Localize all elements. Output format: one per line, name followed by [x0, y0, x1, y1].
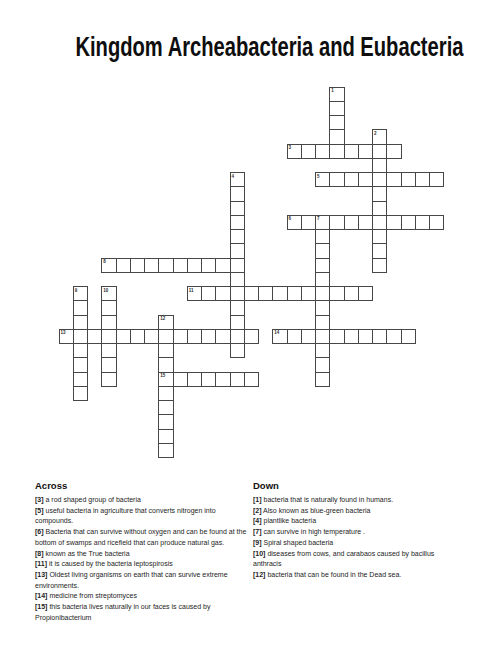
- grid-cell: [272, 286, 287, 301]
- grid-cell: [386, 329, 401, 344]
- grid-cell: [329, 115, 344, 130]
- grid-cell: [158, 400, 173, 415]
- grid-cell: [158, 329, 173, 344]
- clue-item-number: [14]: [35, 592, 47, 599]
- grid-cell: [401, 172, 416, 187]
- grid-cell: 8: [101, 258, 116, 273]
- grid-cell: [344, 215, 359, 230]
- grid-cell: [230, 343, 245, 358]
- clue-number: 2: [374, 131, 377, 136]
- clue-item: [14] medicine from streptomyces: [35, 591, 247, 602]
- clue-number: 15: [160, 373, 165, 378]
- clue-item: [10] diseases from cows, and carabaos ca…: [253, 549, 461, 570]
- grid-cell: [315, 286, 330, 301]
- clue-item-number: [6]: [35, 528, 44, 535]
- clue-item: [15] this bacteria lives naturally in ou…: [35, 602, 247, 623]
- grid-cell: [372, 215, 387, 230]
- grid-cell: [315, 329, 330, 344]
- grid-cell: [187, 258, 202, 273]
- grid-cell: [230, 186, 245, 201]
- down-clues-section: Down [1] bacteria that is naturally foun…: [253, 480, 461, 581]
- clue-item: [7] can survive in high temperature .: [253, 527, 461, 538]
- grid-cell: 15: [158, 372, 173, 387]
- clue-item-number: [9]: [253, 539, 262, 546]
- grid-cell: [329, 329, 344, 344]
- grid-cell: [315, 343, 330, 358]
- grid-cell: 2: [372, 129, 387, 144]
- grid-cell: [429, 172, 444, 187]
- down-heading: Down: [253, 480, 461, 491]
- clue-number: 12: [160, 316, 165, 321]
- across-clues-section: Across [3] a rod shaped group of bacteri…: [35, 480, 247, 623]
- clue-item: [11] it is caused by the bacteria leptos…: [35, 559, 247, 570]
- grid-cell: [372, 243, 387, 258]
- grid-cell: [87, 329, 102, 344]
- grid-cell: [301, 215, 316, 230]
- grid-cell: [358, 144, 373, 159]
- grid-cell: 6: [287, 215, 302, 230]
- grid-cell: [344, 286, 359, 301]
- grid-cell: [372, 172, 387, 187]
- grid-cell: [158, 343, 173, 358]
- grid-cell: 10: [101, 286, 116, 301]
- grid-cell: [301, 329, 316, 344]
- grid-cell: 12: [158, 315, 173, 330]
- down-clue-list: [1] bacteria that is naturally found in …: [253, 495, 461, 581]
- clue-item: [3] a rod shaped group of bacteria: [35, 495, 247, 506]
- grid-cell: [372, 158, 387, 173]
- grid-cell: [144, 329, 159, 344]
- grid-cell: [258, 286, 273, 301]
- clue-item-number: [1]: [253, 496, 262, 503]
- grid-cell: [130, 329, 145, 344]
- grid-cell: [230, 286, 245, 301]
- grid-cell: [73, 386, 88, 401]
- grid-cell: [230, 229, 245, 244]
- grid-cell: [315, 315, 330, 330]
- grid-cell: [329, 215, 344, 230]
- grid-cell: [158, 414, 173, 429]
- clue-item-number: [15]: [35, 603, 47, 610]
- clue-item-number: [8]: [35, 550, 44, 557]
- clue-item: [4] plantlike bacteria: [253, 516, 461, 527]
- grid-cell: [158, 386, 173, 401]
- grid-cell: [230, 215, 245, 230]
- grid-cell: [401, 215, 416, 230]
- grid-cell: [230, 201, 245, 216]
- clue-item: [13] Oldest living organisms on earth th…: [35, 570, 247, 591]
- clue-number: 10: [103, 288, 108, 293]
- grid-cell: [358, 215, 373, 230]
- grid-cell: [101, 315, 116, 330]
- grid-cell: [329, 129, 344, 144]
- grid-cell: [144, 258, 159, 273]
- across-clue-list: [3] a rod shaped group of bacteria[5] us…: [35, 495, 247, 623]
- grid-cell: [230, 372, 245, 387]
- grid-cell: 14: [272, 329, 287, 344]
- grid-cell: [201, 258, 216, 273]
- grid-cell: 1: [329, 87, 344, 102]
- grid-cell: [158, 357, 173, 372]
- grid-cell: [244, 286, 259, 301]
- grid-cell: [201, 286, 216, 301]
- grid-cell: [372, 329, 387, 344]
- grid-cell: [187, 329, 202, 344]
- grid-cell: [287, 286, 302, 301]
- grid-cell: 5: [315, 172, 330, 187]
- clue-item-number: [3]: [35, 496, 44, 503]
- grid-cell: [130, 258, 145, 273]
- grid-cell: [230, 329, 245, 344]
- grid-cell: [215, 372, 230, 387]
- grid-cell: [315, 144, 330, 159]
- grid-cell: [386, 144, 401, 159]
- grid-cell: [73, 343, 88, 358]
- grid-cell: [158, 258, 173, 273]
- grid-cell: [344, 144, 359, 159]
- clue-item: [8] known as the True bacteria: [35, 549, 247, 560]
- grid-cell: [201, 372, 216, 387]
- clue-number: 8: [103, 259, 106, 264]
- clue-item-number: [5]: [35, 507, 44, 514]
- grid-cell: [73, 357, 88, 372]
- grid-cell: [187, 372, 202, 387]
- title-area: Kingdom Archeabacteria and Eubacteria: [0, 33, 500, 61]
- grid-cell: [173, 372, 188, 387]
- clue-item: [9] Spiral shaped bacteria: [253, 538, 461, 549]
- grid-cell: [173, 329, 188, 344]
- grid-cell: [301, 286, 316, 301]
- grid-cell: [401, 329, 416, 344]
- grid-cell: [230, 272, 245, 287]
- clue-number: 13: [61, 330, 66, 335]
- grid-cell: [158, 429, 173, 444]
- grid-cell: [116, 329, 131, 344]
- grid-cell: [415, 215, 430, 230]
- clue-item: [6] Bacteria that can survive without ox…: [35, 527, 247, 548]
- grid-cell: [315, 229, 330, 244]
- clue-item-number: [12]: [253, 571, 265, 578]
- grid-cell: [301, 144, 316, 159]
- grid-cell: [429, 215, 444, 230]
- clue-item-number: [10]: [253, 550, 265, 557]
- clue-number: 5: [317, 174, 320, 179]
- grid-cell: [372, 229, 387, 244]
- grid-cell: [329, 286, 344, 301]
- grid-cell: 4: [230, 172, 245, 187]
- grid-cell: [386, 215, 401, 230]
- grid-cell: [372, 201, 387, 216]
- grid-cell: [230, 243, 245, 258]
- clue-number: 9: [75, 288, 78, 293]
- clue-number: 11: [189, 288, 194, 293]
- grid-cell: [329, 144, 344, 159]
- grid-cell: [358, 286, 373, 301]
- clue-item: [2] Also known as blue-green bacteria: [253, 506, 461, 517]
- grid-cell: [372, 186, 387, 201]
- grid-cell: [244, 329, 259, 344]
- clue-item: [1] bacteria that is naturally found in …: [253, 495, 461, 506]
- grid-cell: [101, 372, 116, 387]
- grid-cell: [215, 286, 230, 301]
- grid-cell: [116, 258, 131, 273]
- grid-cell: [287, 329, 302, 344]
- grid-cell: [101, 329, 116, 344]
- grid-cell: [215, 258, 230, 273]
- across-heading: Across: [35, 480, 247, 491]
- grid-cell: [315, 357, 330, 372]
- grid-cell: [73, 315, 88, 330]
- clue-item-number: [2]: [253, 507, 262, 514]
- grid-cell: [73, 329, 88, 344]
- grid-cell: [372, 258, 387, 273]
- clue-number: 14: [274, 330, 279, 335]
- clue-item-number: [11]: [35, 560, 47, 567]
- clue-number: 3: [289, 145, 292, 150]
- clue-number: 1: [331, 88, 334, 93]
- clue-number: 6: [289, 216, 292, 221]
- grid-cell: [101, 357, 116, 372]
- grid-cell: [344, 172, 359, 187]
- clue-item: [5] useful bacteria in agriculture that …: [35, 506, 247, 527]
- grid-cell: [230, 315, 245, 330]
- grid-cell: [73, 300, 88, 315]
- grid-cell: 3: [287, 144, 302, 159]
- grid-cell: [315, 272, 330, 287]
- grid-cell: [315, 372, 330, 387]
- clue-item-number: [13]: [35, 571, 47, 578]
- grid-cell: 11: [187, 286, 202, 301]
- grid-cell: [329, 101, 344, 116]
- grid-cell: [173, 258, 188, 273]
- grid-cell: [386, 172, 401, 187]
- grid-cell: 9: [73, 286, 88, 301]
- clue-item-number: [7]: [253, 528, 262, 535]
- grid-cell: [358, 329, 373, 344]
- grid-cell: [230, 258, 245, 273]
- grid-cell: [358, 172, 373, 187]
- grid-cell: [315, 300, 330, 315]
- grid-cell: [372, 144, 387, 159]
- clue-number: 4: [232, 174, 235, 179]
- grid-cell: [230, 300, 245, 315]
- grid-cell: [101, 343, 116, 358]
- grid-cell: [158, 443, 173, 458]
- clue-item-number: [4]: [253, 517, 262, 524]
- grid-cell: [215, 329, 230, 344]
- grid-cell: 7: [315, 215, 330, 230]
- grid-cell: 13: [59, 329, 74, 344]
- grid-cell: [73, 372, 88, 387]
- grid-cell: [101, 300, 116, 315]
- grid-cell: [315, 243, 330, 258]
- grid-cell: [315, 258, 330, 273]
- grid-cell: [329, 172, 344, 187]
- grid-cell: [344, 329, 359, 344]
- page-title: Kingdom Archeabacteria and Eubacteria: [75, 33, 463, 61]
- grid-cell: [244, 372, 259, 387]
- grid-cell: [415, 172, 430, 187]
- clue-item: [12] bacteria that can be found in the D…: [253, 570, 461, 581]
- grid-cell: [201, 329, 216, 344]
- clue-number: 7: [317, 216, 320, 221]
